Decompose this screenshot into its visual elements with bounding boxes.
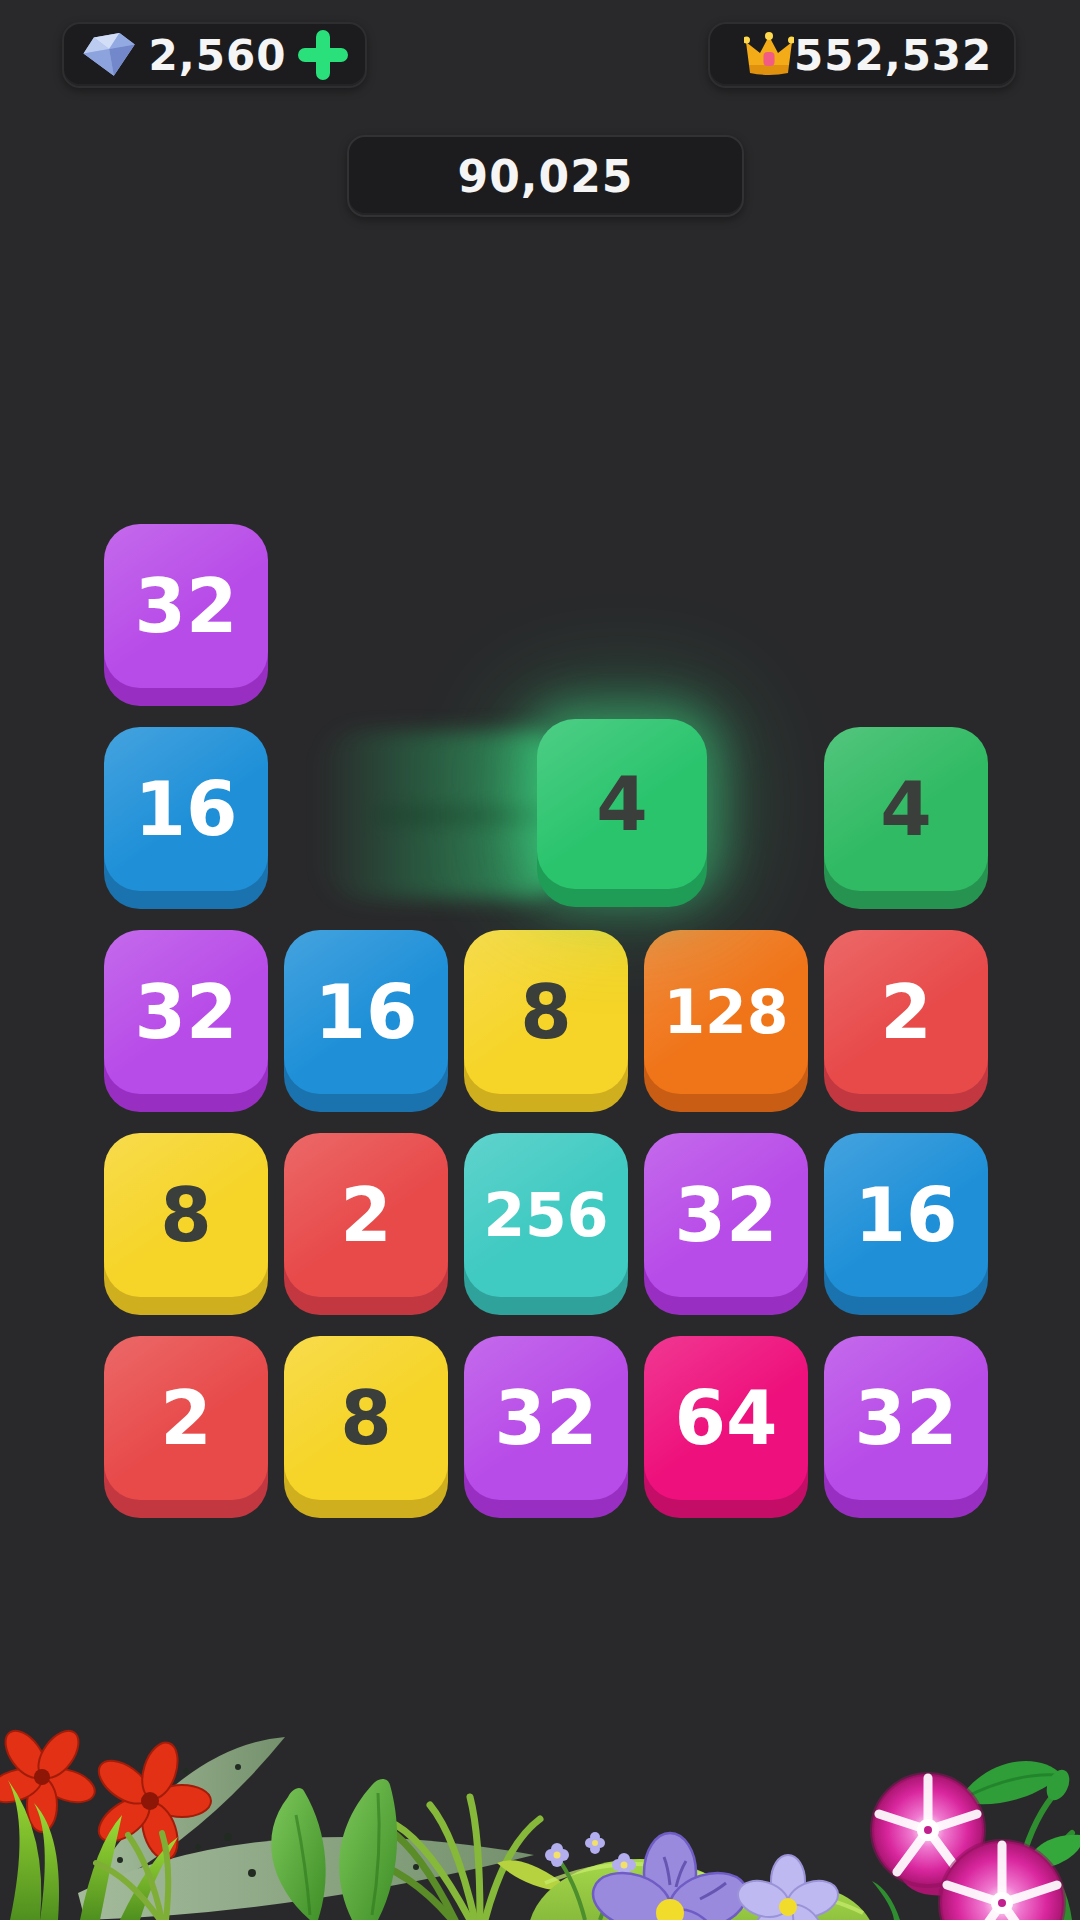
tile-r3c3-8[interactable]: 8 xyxy=(464,930,628,1094)
tile-r5c2-8[interactable]: 8 xyxy=(284,1336,448,1500)
tile-r4c2-2[interactable]: 2 xyxy=(284,1133,448,1297)
motion-trail xyxy=(316,731,566,899)
moving-tile-4[interactable]: 4 xyxy=(537,719,707,889)
flora-decoration xyxy=(0,1685,1080,1920)
tile-r3c5-2[interactable]: 2 xyxy=(824,930,988,1094)
tile-r1c1-32[interactable]: 32 xyxy=(104,524,268,688)
tile-r2c1-16[interactable]: 16 xyxy=(104,727,268,891)
tile-r4c1-8[interactable]: 8 xyxy=(104,1133,268,1297)
tile-r5c5-32[interactable]: 32 xyxy=(824,1336,988,1500)
game-screen: 2,560 552,532 90,025 3216 xyxy=(0,0,1080,1920)
tile-r3c4-128[interactable]: 128 xyxy=(644,930,808,1094)
tile-r3c1-32[interactable]: 32 xyxy=(104,930,268,1094)
tile-r2c5-4[interactable]: 4 xyxy=(824,727,988,891)
tile-r4c3-256[interactable]: 256 xyxy=(464,1133,628,1297)
tile-r5c3-32[interactable]: 32 xyxy=(464,1336,628,1500)
tile-r5c1-2[interactable]: 2 xyxy=(104,1336,268,1500)
tile-r5c4-64[interactable]: 64 xyxy=(644,1336,808,1500)
game-board[interactable]: 32164321681282822563216283264324 xyxy=(0,0,1080,1920)
tile-r4c4-32[interactable]: 32 xyxy=(644,1133,808,1297)
tile-r4c5-16[interactable]: 16 xyxy=(824,1133,988,1297)
tile-r3c2-16[interactable]: 16 xyxy=(284,930,448,1094)
